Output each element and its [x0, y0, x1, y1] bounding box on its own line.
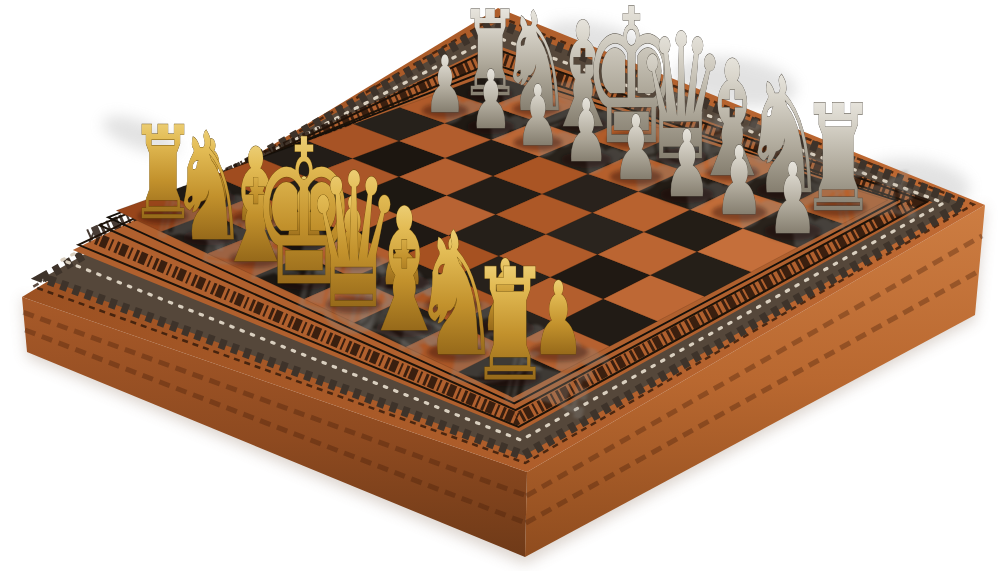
pawn-glyph: ♟ — [663, 111, 711, 219]
pawn-glyph: ♟ — [564, 81, 609, 183]
pawn-glyph: ♟ — [767, 142, 818, 256]
chess-board-photo: ♜♜♞♞♟♟♝♝♟♟♚♚♟♟♛♛♟♟♝♝♟♟♞♞♟♟♟♟♜♜♟♟♜♜♟♟♟♟♞♞… — [0, 0, 1000, 571]
chess-set-product-photo: ♜♜♞♞♟♟♝♝♟♟♚♚♟♟♛♛♟♟♝♝♟♟♞♞♟♟♟♟♜♜♟♟♜♜♟♟♟♟♞♞… — [0, 0, 1000, 571]
pawn-glyph: ♟ — [425, 39, 466, 131]
rook-glyph: ♜ — [470, 235, 551, 416]
pawn-glyph: ♟ — [516, 66, 560, 164]
pawn-glyph: ♟ — [715, 126, 764, 236]
pawn-glyph: ♟ — [470, 52, 512, 147]
pawn-glyph: ♟ — [613, 95, 659, 199]
